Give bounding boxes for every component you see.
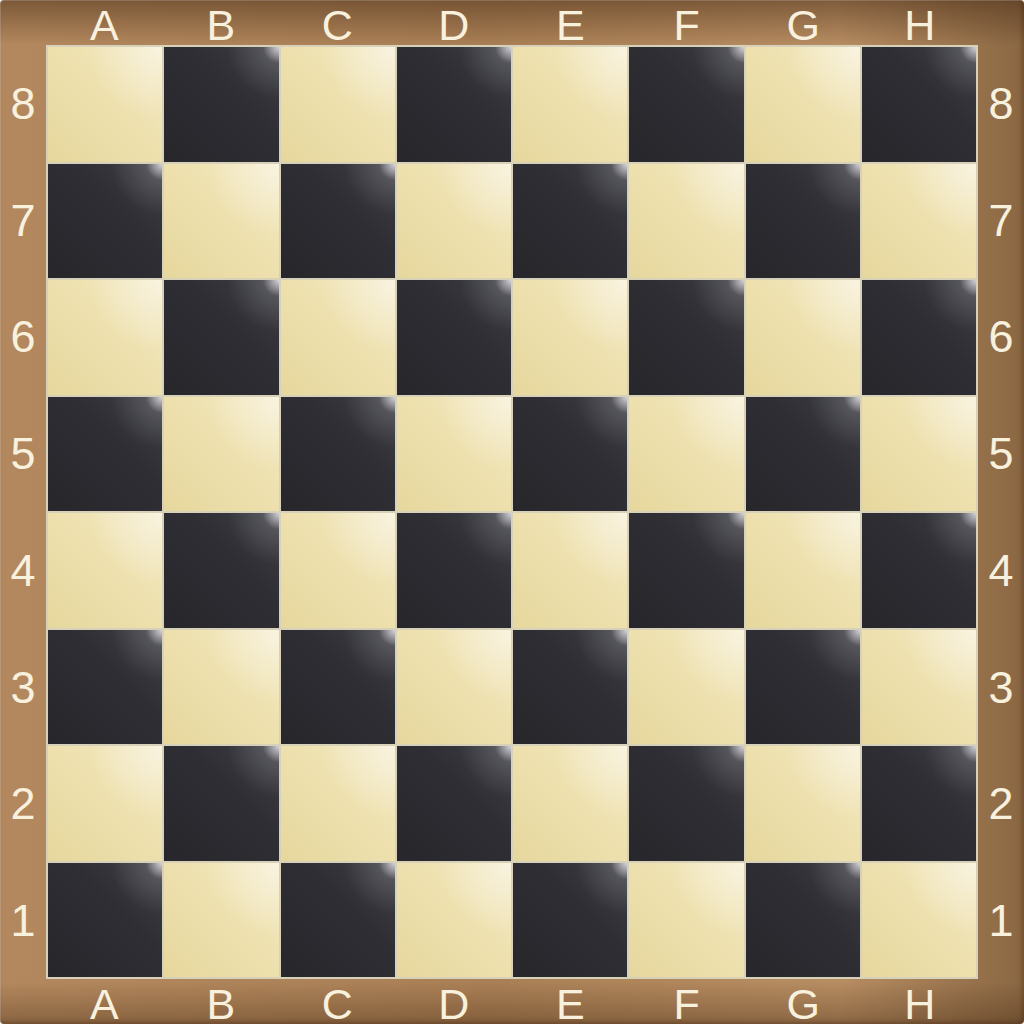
rank-label: 5 [988, 431, 1013, 476]
square-a5[interactable] [48, 397, 162, 512]
chess-board [46, 45, 978, 979]
file-label: E [556, 3, 585, 48]
square-c6[interactable] [281, 280, 395, 395]
file-label: D [438, 982, 469, 1024]
square-h4[interactable] [862, 513, 976, 628]
square-e2[interactable] [513, 746, 627, 861]
rank-label: 7 [10, 198, 35, 243]
square-e6[interactable] [513, 280, 627, 395]
frame-corner-top-left [0, 0, 46, 45]
square-g2[interactable] [746, 746, 860, 861]
file-label: C [322, 982, 353, 1024]
rank-label: 1 [10, 898, 35, 943]
square-d7[interactable] [397, 164, 511, 279]
square-a2[interactable] [48, 746, 162, 861]
square-c3[interactable] [281, 630, 395, 745]
square-e7[interactable] [513, 164, 627, 279]
square-g5[interactable] [746, 397, 860, 512]
square-h2[interactable] [862, 746, 976, 861]
square-g8[interactable] [746, 47, 860, 162]
rank-label: 8 [988, 81, 1013, 126]
file-label: C [322, 3, 353, 48]
square-c4[interactable] [281, 513, 395, 628]
square-g6[interactable] [746, 280, 860, 395]
rank-label: 6 [10, 314, 35, 359]
square-h5[interactable] [862, 397, 976, 512]
square-f5[interactable] [629, 397, 743, 512]
rank-label: 2 [988, 781, 1013, 826]
square-d2[interactable] [397, 746, 511, 861]
square-g3[interactable] [746, 630, 860, 745]
file-label: B [206, 3, 235, 48]
square-c7[interactable] [281, 164, 395, 279]
square-c2[interactable] [281, 746, 395, 861]
square-b6[interactable] [164, 280, 278, 395]
frame-corner-top-right [978, 0, 1024, 45]
square-c5[interactable] [281, 397, 395, 512]
square-f1[interactable] [629, 863, 743, 978]
board-frame: ABCDEFGH 87654321 87654321 ABCDEFGH [0, 0, 1024, 1024]
square-a6[interactable] [48, 280, 162, 395]
square-f4[interactable] [629, 513, 743, 628]
file-label: A [90, 982, 119, 1024]
frame-corner-bottom-right [978, 979, 1024, 1024]
rank-label: 3 [988, 665, 1013, 710]
file-label: G [787, 3, 820, 48]
square-c1[interactable] [281, 863, 395, 978]
square-f8[interactable] [629, 47, 743, 162]
square-b5[interactable] [164, 397, 278, 512]
rank-labels-right: 87654321 [978, 45, 1024, 979]
square-h1[interactable] [862, 863, 976, 978]
square-d5[interactable] [397, 397, 511, 512]
square-h3[interactable] [862, 630, 976, 745]
square-a8[interactable] [48, 47, 162, 162]
square-d3[interactable] [397, 630, 511, 745]
file-labels-bottom: ABCDEFGH [46, 979, 978, 1024]
file-label: A [90, 3, 119, 48]
square-g7[interactable] [746, 164, 860, 279]
square-b2[interactable] [164, 746, 278, 861]
rank-labels-left: 87654321 [0, 45, 46, 979]
square-d1[interactable] [397, 863, 511, 978]
file-label: B [206, 982, 235, 1024]
square-b4[interactable] [164, 513, 278, 628]
rank-label: 3 [10, 665, 35, 710]
square-b8[interactable] [164, 47, 278, 162]
square-h6[interactable] [862, 280, 976, 395]
square-h8[interactable] [862, 47, 976, 162]
square-a4[interactable] [48, 513, 162, 628]
square-c8[interactable] [281, 47, 395, 162]
rank-label: 5 [10, 431, 35, 476]
square-f7[interactable] [629, 164, 743, 279]
square-d8[interactable] [397, 47, 511, 162]
file-labels-top: ABCDEFGH [46, 0, 978, 45]
square-f3[interactable] [629, 630, 743, 745]
file-label: D [438, 3, 469, 48]
frame-corner-bottom-left [0, 979, 46, 1024]
file-label: H [904, 3, 935, 48]
square-f2[interactable] [629, 746, 743, 861]
square-d4[interactable] [397, 513, 511, 628]
square-h7[interactable] [862, 164, 976, 279]
square-a7[interactable] [48, 164, 162, 279]
rank-label: 6 [988, 314, 1013, 359]
square-f6[interactable] [629, 280, 743, 395]
rank-label: 2 [10, 781, 35, 826]
square-a1[interactable] [48, 863, 162, 978]
rank-label: 4 [988, 548, 1013, 593]
file-label: H [904, 982, 935, 1024]
file-label: G [787, 982, 820, 1024]
rank-label: 1 [988, 898, 1013, 943]
square-b7[interactable] [164, 164, 278, 279]
square-e8[interactable] [513, 47, 627, 162]
square-b3[interactable] [164, 630, 278, 745]
square-g1[interactable] [746, 863, 860, 978]
square-d6[interactable] [397, 280, 511, 395]
square-e4[interactable] [513, 513, 627, 628]
file-label: F [674, 3, 700, 48]
square-b1[interactable] [164, 863, 278, 978]
rank-label: 7 [988, 198, 1013, 243]
file-label: F [674, 982, 700, 1024]
rank-label: 4 [10, 548, 35, 593]
square-e5[interactable] [513, 397, 627, 512]
square-e3[interactable] [513, 630, 627, 745]
square-a3[interactable] [48, 630, 162, 745]
square-e1[interactable] [513, 863, 627, 978]
square-g4[interactable] [746, 513, 860, 628]
rank-label: 8 [10, 81, 35, 126]
file-label: E [556, 982, 585, 1024]
